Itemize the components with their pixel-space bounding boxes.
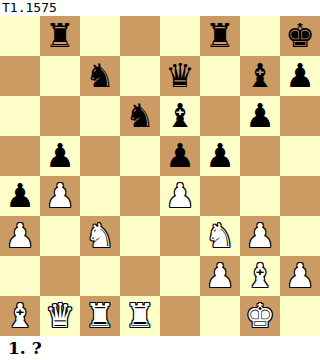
square-b6[interactable] xyxy=(40,96,80,136)
square-b3[interactable] xyxy=(40,216,80,256)
square-g2[interactable]: ♝ xyxy=(240,256,280,296)
black-knight: ♞ xyxy=(125,96,155,136)
black-pawn: ♟ xyxy=(205,136,235,176)
square-e2[interactable] xyxy=(160,256,200,296)
black-rook: ♜ xyxy=(205,16,235,56)
square-a7[interactable] xyxy=(0,56,40,96)
move-prompt: 1. ? xyxy=(0,336,320,360)
puzzle-title: T1.1575 xyxy=(0,0,320,16)
black-pawn: ♟ xyxy=(285,56,315,96)
square-h7[interactable]: ♟ xyxy=(280,56,320,96)
square-h4[interactable] xyxy=(280,176,320,216)
black-bishop: ♝ xyxy=(245,56,275,96)
square-c6[interactable] xyxy=(80,96,120,136)
square-e7[interactable]: ♛ xyxy=(160,56,200,96)
square-f1[interactable] xyxy=(200,296,240,336)
black-pawn: ♟ xyxy=(245,96,275,136)
chess-board: ♜♜♚♞♛♝♟♞♝♟♟♟♟♟♟♟♟♞♞♟♟♝♟♝♛♜♜♚ xyxy=(0,16,320,336)
square-b4[interactable]: ♟ xyxy=(40,176,80,216)
square-e4[interactable]: ♟ xyxy=(160,176,200,216)
white-pawn: ♟ xyxy=(245,216,275,256)
square-e1[interactable] xyxy=(160,296,200,336)
black-knight: ♞ xyxy=(85,56,115,96)
square-g8[interactable] xyxy=(240,16,280,56)
white-pawn: ♟ xyxy=(285,256,315,296)
square-a5[interactable] xyxy=(0,136,40,176)
square-d8[interactable] xyxy=(120,16,160,56)
square-b2[interactable] xyxy=(40,256,80,296)
square-g1[interactable]: ♚ xyxy=(240,296,280,336)
square-f7[interactable] xyxy=(200,56,240,96)
black-pawn: ♟ xyxy=(165,136,195,176)
square-h1[interactable] xyxy=(280,296,320,336)
square-a6[interactable] xyxy=(0,96,40,136)
square-d3[interactable] xyxy=(120,216,160,256)
white-pawn: ♟ xyxy=(165,176,195,216)
square-g6[interactable]: ♟ xyxy=(240,96,280,136)
square-c2[interactable] xyxy=(80,256,120,296)
black-pawn: ♟ xyxy=(5,176,35,216)
square-d5[interactable] xyxy=(120,136,160,176)
white-queen: ♛ xyxy=(45,296,75,336)
square-c8[interactable] xyxy=(80,16,120,56)
white-pawn: ♟ xyxy=(5,216,35,256)
white-pawn: ♟ xyxy=(205,256,235,296)
white-king: ♚ xyxy=(245,296,275,336)
square-g7[interactable]: ♝ xyxy=(240,56,280,96)
square-d1[interactable]: ♜ xyxy=(120,296,160,336)
square-f8[interactable]: ♜ xyxy=(200,16,240,56)
square-h3[interactable] xyxy=(280,216,320,256)
black-king: ♚ xyxy=(285,16,315,56)
square-g3[interactable]: ♟ xyxy=(240,216,280,256)
square-b8[interactable]: ♜ xyxy=(40,16,80,56)
square-h5[interactable] xyxy=(280,136,320,176)
square-f4[interactable] xyxy=(200,176,240,216)
black-pawn: ♟ xyxy=(45,136,75,176)
square-a1[interactable]: ♝ xyxy=(0,296,40,336)
square-d2[interactable] xyxy=(120,256,160,296)
square-h6[interactable] xyxy=(280,96,320,136)
white-pawn: ♟ xyxy=(45,176,75,216)
black-queen: ♛ xyxy=(165,56,195,96)
square-f5[interactable]: ♟ xyxy=(200,136,240,176)
square-b5[interactable]: ♟ xyxy=(40,136,80,176)
square-c1[interactable]: ♜ xyxy=(80,296,120,336)
square-d4[interactable] xyxy=(120,176,160,216)
square-g4[interactable] xyxy=(240,176,280,216)
square-e6[interactable]: ♝ xyxy=(160,96,200,136)
square-c4[interactable] xyxy=(80,176,120,216)
square-e8[interactable] xyxy=(160,16,200,56)
square-f6[interactable] xyxy=(200,96,240,136)
square-b7[interactable] xyxy=(40,56,80,96)
black-bishop: ♝ xyxy=(165,96,195,136)
square-f3[interactable]: ♞ xyxy=(200,216,240,256)
square-a4[interactable]: ♟ xyxy=(0,176,40,216)
square-a2[interactable] xyxy=(0,256,40,296)
white-bishop: ♝ xyxy=(245,256,275,296)
white-bishop: ♝ xyxy=(5,296,35,336)
square-h8[interactable]: ♚ xyxy=(280,16,320,56)
square-g5[interactable] xyxy=(240,136,280,176)
white-rook: ♜ xyxy=(85,296,115,336)
square-h2[interactable]: ♟ xyxy=(280,256,320,296)
white-knight: ♞ xyxy=(85,216,115,256)
square-a3[interactable]: ♟ xyxy=(0,216,40,256)
square-d6[interactable]: ♞ xyxy=(120,96,160,136)
square-d7[interactable] xyxy=(120,56,160,96)
square-e3[interactable] xyxy=(160,216,200,256)
square-b1[interactable]: ♛ xyxy=(40,296,80,336)
square-c7[interactable]: ♞ xyxy=(80,56,120,96)
square-c5[interactable] xyxy=(80,136,120,176)
square-c3[interactable]: ♞ xyxy=(80,216,120,256)
square-e5[interactable]: ♟ xyxy=(160,136,200,176)
square-f2[interactable]: ♟ xyxy=(200,256,240,296)
white-knight: ♞ xyxy=(205,216,235,256)
square-a8[interactable] xyxy=(0,16,40,56)
black-rook: ♜ xyxy=(45,16,75,56)
white-rook: ♜ xyxy=(125,296,155,336)
